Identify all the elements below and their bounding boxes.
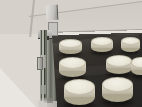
metal-hinge-tab: [37, 57, 44, 70]
edge-highlight-low: [41, 85, 46, 94]
glass-case-photo: [0, 0, 142, 107]
edge-bottom-fade: [39, 97, 47, 107]
disc-top: [102, 77, 133, 92]
disc-top: [64, 79, 95, 95]
metal-clamp-back-corner: [46, 4, 59, 20]
